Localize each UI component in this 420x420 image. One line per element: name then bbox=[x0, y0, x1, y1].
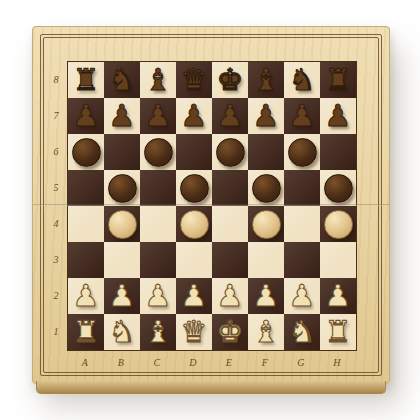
square-f2[interactable]: ♟ bbox=[248, 278, 284, 314]
chess-board: 87654321 ABCDEFGH ♜♞♝♛♚♝♞♜♟♟♟♟♟♟♟♟♟♟♟♟♟♟… bbox=[32, 26, 390, 384]
black-pawn[interactable]: ♟ bbox=[109, 98, 136, 134]
square-a1[interactable]: ♜ bbox=[68, 314, 104, 350]
square-c5[interactable] bbox=[140, 170, 176, 206]
light-checker[interactable] bbox=[252, 210, 281, 239]
black-bishop[interactable]: ♝ bbox=[145, 62, 172, 98]
rank-label-5: 5 bbox=[46, 169, 66, 205]
square-e5[interactable] bbox=[212, 170, 248, 206]
black-pawn[interactable]: ♟ bbox=[217, 98, 244, 134]
square-h3[interactable] bbox=[320, 242, 356, 278]
square-b1[interactable]: ♞ bbox=[104, 314, 140, 350]
white-pawn[interactable]: ♟ bbox=[253, 278, 280, 314]
white-knight[interactable]: ♞ bbox=[289, 314, 316, 350]
square-g6[interactable] bbox=[284, 134, 320, 170]
square-h6[interactable] bbox=[320, 134, 356, 170]
square-a7[interactable]: ♟ bbox=[68, 98, 104, 134]
square-e3[interactable] bbox=[212, 242, 248, 278]
rank-labels: 87654321 bbox=[46, 61, 66, 349]
square-c6[interactable] bbox=[140, 134, 176, 170]
dark-checker[interactable] bbox=[324, 174, 353, 203]
black-pawn[interactable]: ♟ bbox=[253, 98, 280, 134]
black-bishop[interactable]: ♝ bbox=[253, 62, 280, 98]
square-a8[interactable]: ♜ bbox=[68, 62, 104, 98]
square-a4[interactable] bbox=[68, 206, 104, 242]
square-c2[interactable]: ♟ bbox=[140, 278, 176, 314]
square-h5[interactable] bbox=[320, 170, 356, 206]
square-a6[interactable] bbox=[68, 134, 104, 170]
square-f6[interactable] bbox=[248, 134, 284, 170]
file-label-c: C bbox=[139, 352, 175, 372]
square-a3[interactable] bbox=[68, 242, 104, 278]
white-pawn[interactable]: ♟ bbox=[325, 278, 352, 314]
square-d2[interactable]: ♟ bbox=[176, 278, 212, 314]
square-c4[interactable] bbox=[140, 206, 176, 242]
square-g4[interactable] bbox=[284, 206, 320, 242]
square-d6[interactable] bbox=[176, 134, 212, 170]
file-label-f: F bbox=[247, 352, 283, 372]
white-pawn[interactable]: ♟ bbox=[217, 278, 244, 314]
black-pawn[interactable]: ♟ bbox=[289, 98, 316, 134]
square-b4[interactable] bbox=[104, 206, 140, 242]
dark-checker[interactable] bbox=[108, 174, 137, 203]
light-checker[interactable] bbox=[324, 210, 353, 239]
file-label-a: A bbox=[67, 352, 103, 372]
light-checker[interactable] bbox=[180, 210, 209, 239]
white-pawn[interactable]: ♟ bbox=[109, 278, 136, 314]
square-e4[interactable] bbox=[212, 206, 248, 242]
square-h7[interactable]: ♟ bbox=[320, 98, 356, 134]
square-d1[interactable]: ♛ bbox=[176, 314, 212, 350]
product-photo: 87654321 ABCDEFGH ♜♞♝♛♚♝♞♜♟♟♟♟♟♟♟♟♟♟♟♟♟♟… bbox=[0, 0, 420, 420]
file-label-h: H bbox=[319, 352, 355, 372]
square-b6[interactable] bbox=[104, 134, 140, 170]
file-label-g: G bbox=[283, 352, 319, 372]
square-f7[interactable]: ♟ bbox=[248, 98, 284, 134]
white-pawn[interactable]: ♟ bbox=[181, 278, 208, 314]
square-f1[interactable]: ♝ bbox=[248, 314, 284, 350]
square-h4[interactable] bbox=[320, 206, 356, 242]
square-e2[interactable]: ♟ bbox=[212, 278, 248, 314]
white-bishop[interactable]: ♝ bbox=[145, 314, 172, 350]
square-d5[interactable] bbox=[176, 170, 212, 206]
dark-checker[interactable] bbox=[180, 174, 209, 203]
square-e8[interactable]: ♚ bbox=[212, 62, 248, 98]
white-knight[interactable]: ♞ bbox=[109, 314, 136, 350]
square-e6[interactable] bbox=[212, 134, 248, 170]
square-c3[interactable] bbox=[140, 242, 176, 278]
file-labels: ABCDEFGH bbox=[67, 352, 355, 372]
rank-label-4: 4 bbox=[46, 205, 66, 241]
rank-label-3: 3 bbox=[46, 241, 66, 277]
square-a2[interactable]: ♟ bbox=[68, 278, 104, 314]
square-g8[interactable]: ♞ bbox=[284, 62, 320, 98]
square-c1[interactable]: ♝ bbox=[140, 314, 176, 350]
square-d7[interactable]: ♟ bbox=[176, 98, 212, 134]
black-knight[interactable]: ♞ bbox=[109, 62, 136, 98]
square-h1[interactable]: ♜ bbox=[320, 314, 356, 350]
dark-checker[interactable] bbox=[252, 174, 281, 203]
square-g1[interactable]: ♞ bbox=[284, 314, 320, 350]
white-pawn[interactable]: ♟ bbox=[145, 278, 172, 314]
square-a5[interactable] bbox=[68, 170, 104, 206]
square-f5[interactable] bbox=[248, 170, 284, 206]
square-c8[interactable]: ♝ bbox=[140, 62, 176, 98]
rank-label-7: 7 bbox=[46, 97, 66, 133]
black-rook[interactable]: ♜ bbox=[325, 62, 352, 98]
square-b3[interactable] bbox=[104, 242, 140, 278]
rank-label-6: 6 bbox=[46, 133, 66, 169]
dark-checker[interactable] bbox=[144, 138, 173, 167]
white-pawn[interactable]: ♟ bbox=[289, 278, 316, 314]
file-label-e: E bbox=[211, 352, 247, 372]
square-c7[interactable]: ♟ bbox=[140, 98, 176, 134]
black-pawn[interactable]: ♟ bbox=[73, 98, 100, 134]
dark-checker[interactable] bbox=[216, 138, 245, 167]
square-f4[interactable] bbox=[248, 206, 284, 242]
white-queen[interactable]: ♛ bbox=[181, 314, 208, 350]
white-rook[interactable]: ♜ bbox=[325, 314, 352, 350]
square-f8[interactable]: ♝ bbox=[248, 62, 284, 98]
white-rook[interactable]: ♜ bbox=[73, 314, 100, 350]
square-b2[interactable]: ♟ bbox=[104, 278, 140, 314]
square-g7[interactable]: ♟ bbox=[284, 98, 320, 134]
rank-label-8: 8 bbox=[46, 61, 66, 97]
board-grid: ♜♞♝♛♚♝♞♜♟♟♟♟♟♟♟♟♟♟♟♟♟♟♟♟♜♞♝♛♚♝♞♜ bbox=[67, 61, 357, 351]
square-h8[interactable]: ♜ bbox=[320, 62, 356, 98]
black-rook[interactable]: ♜ bbox=[73, 62, 100, 98]
square-g5[interactable] bbox=[284, 170, 320, 206]
square-b7[interactable]: ♟ bbox=[104, 98, 140, 134]
light-checker[interactable] bbox=[108, 210, 137, 239]
white-bishop[interactable]: ♝ bbox=[253, 314, 280, 350]
square-d3[interactable] bbox=[176, 242, 212, 278]
dark-checker[interactable] bbox=[288, 138, 317, 167]
file-label-d: D bbox=[175, 352, 211, 372]
white-pawn[interactable]: ♟ bbox=[73, 278, 100, 314]
square-b8[interactable]: ♞ bbox=[104, 62, 140, 98]
black-queen[interactable]: ♛ bbox=[181, 62, 208, 98]
square-f3[interactable] bbox=[248, 242, 284, 278]
square-b5[interactable] bbox=[104, 170, 140, 206]
board-side-edge bbox=[36, 381, 386, 394]
black-knight[interactable]: ♞ bbox=[289, 62, 316, 98]
square-h2[interactable]: ♟ bbox=[320, 278, 356, 314]
square-d4[interactable] bbox=[176, 206, 212, 242]
square-d8[interactable]: ♛ bbox=[176, 62, 212, 98]
file-label-b: B bbox=[103, 352, 139, 372]
black-king[interactable]: ♚ bbox=[217, 62, 244, 98]
square-g3[interactable] bbox=[284, 242, 320, 278]
black-pawn[interactable]: ♟ bbox=[325, 98, 352, 134]
square-g2[interactable]: ♟ bbox=[284, 278, 320, 314]
white-king[interactable]: ♚ bbox=[217, 314, 244, 350]
square-e7[interactable]: ♟ bbox=[212, 98, 248, 134]
square-e1[interactable]: ♚ bbox=[212, 314, 248, 350]
rank-label-2: 2 bbox=[46, 277, 66, 313]
black-pawn[interactable]: ♟ bbox=[181, 98, 208, 134]
dark-checker[interactable] bbox=[72, 138, 101, 167]
black-pawn[interactable]: ♟ bbox=[145, 98, 172, 134]
rank-label-1: 1 bbox=[46, 313, 66, 349]
